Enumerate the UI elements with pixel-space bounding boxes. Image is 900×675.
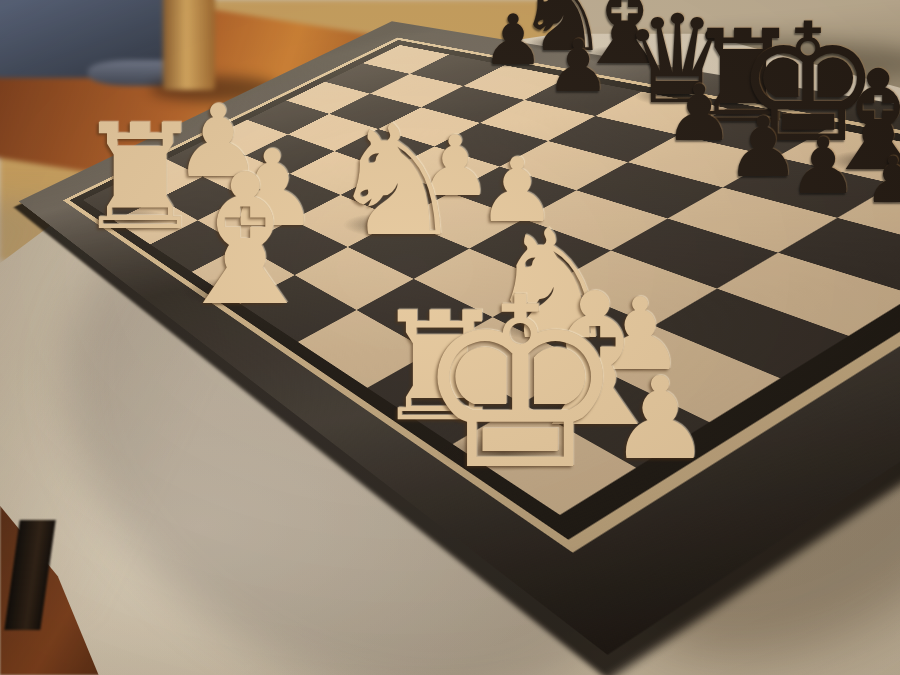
table-leg (163, 0, 215, 90)
